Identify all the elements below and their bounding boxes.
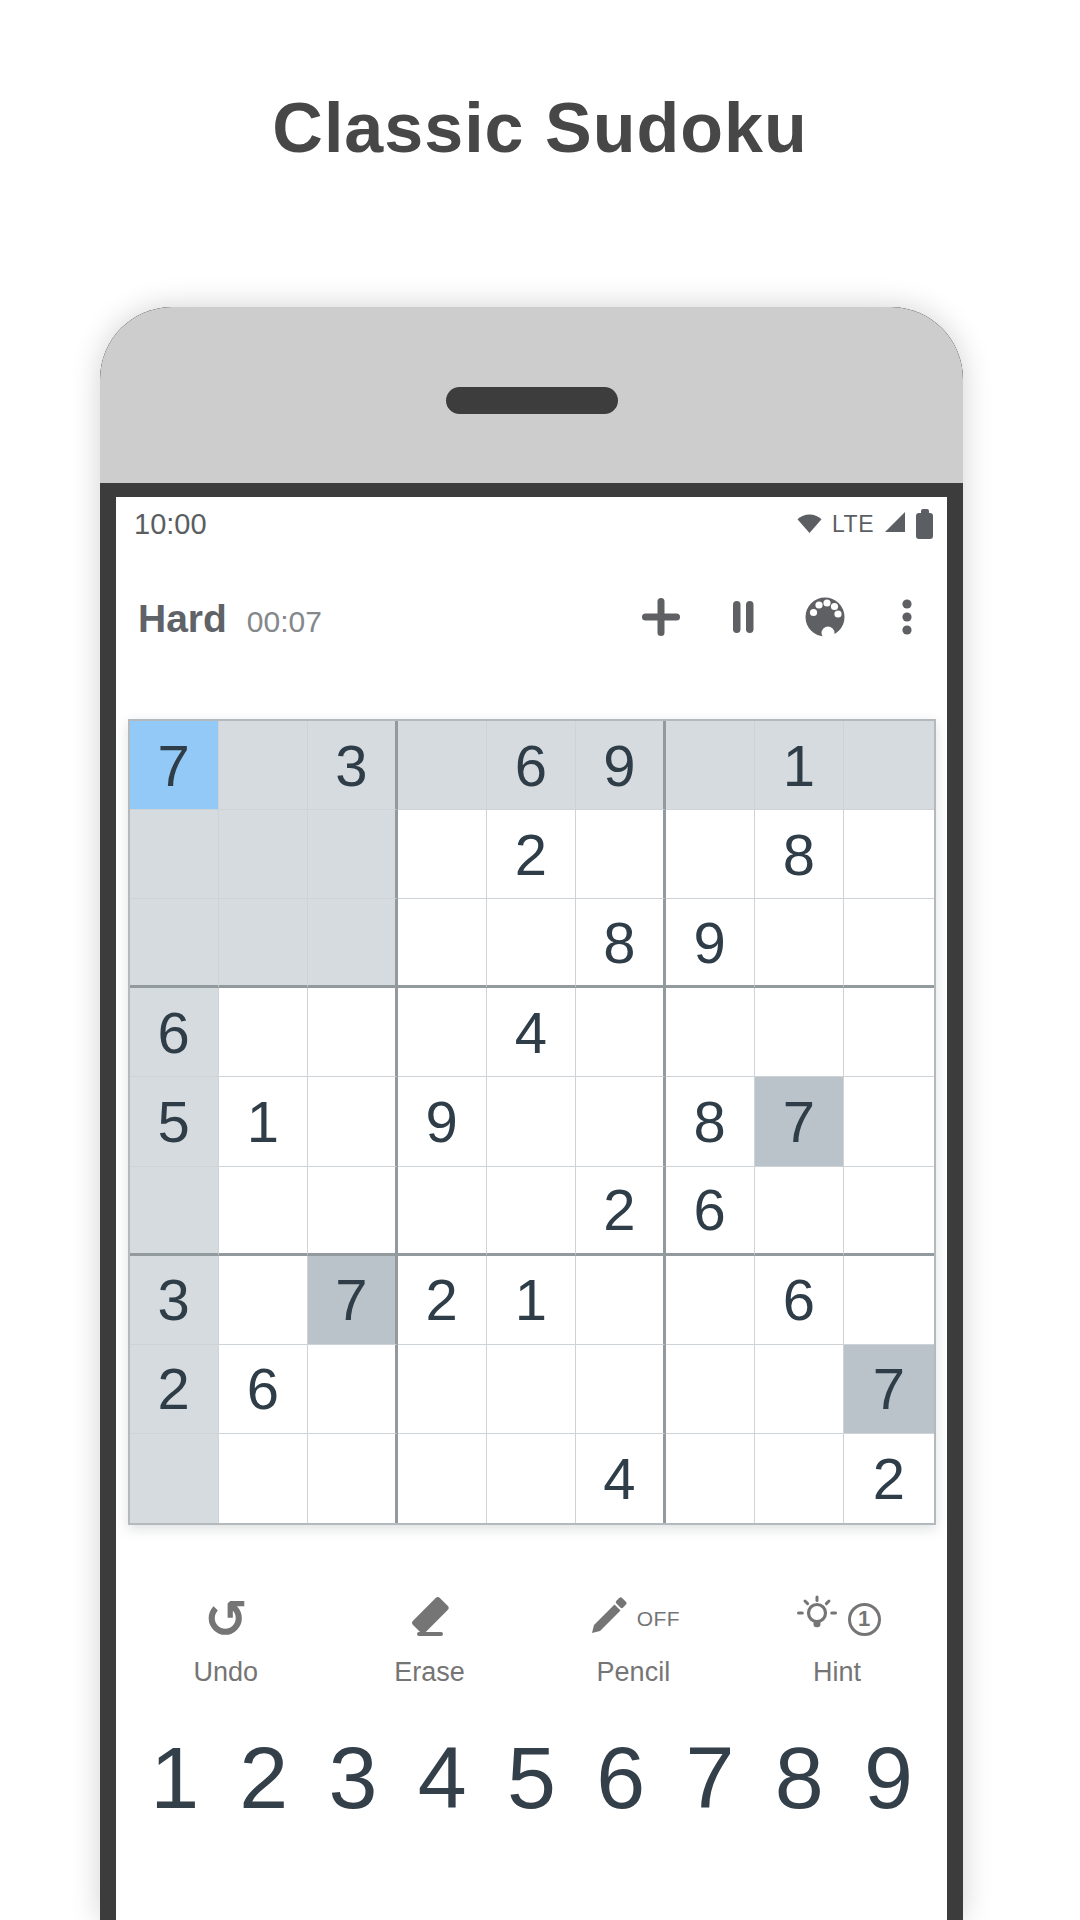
- cell-r8c4[interactable]: [398, 1345, 487, 1434]
- network-type-label: LTE: [832, 511, 874, 538]
- erase-label: Erase: [394, 1657, 465, 1688]
- cell-r1c8[interactable]: 1: [755, 721, 844, 810]
- cell-r2c6[interactable]: [576, 810, 665, 899]
- cell-r5c1[interactable]: 5: [130, 1077, 219, 1166]
- cell-r2c4[interactable]: [398, 810, 487, 899]
- cell-r6c6[interactable]: 2: [576, 1167, 665, 1256]
- cell-r9c1[interactable]: [130, 1434, 219, 1523]
- pencil-state-badge: OFF: [637, 1607, 681, 1631]
- numpad-8[interactable]: 8: [775, 1734, 824, 1822]
- cell-r7c1[interactable]: 3: [130, 1256, 219, 1345]
- cell-r3c1[interactable]: [130, 899, 219, 988]
- erase-icon: [407, 1594, 453, 1644]
- cell-r7c3[interactable]: 7: [308, 1256, 397, 1345]
- phone-mockup: 10:00 LTE Hard 00:07: [100, 307, 963, 1920]
- cell-r7c2[interactable]: [219, 1256, 308, 1345]
- cell-r9c9[interactable]: 2: [844, 1434, 933, 1523]
- cell-r9c4[interactable]: [398, 1434, 487, 1523]
- cell-r4c6[interactable]: [576, 988, 665, 1077]
- cell-r1c9[interactable]: [844, 721, 933, 810]
- cell-r3c2[interactable]: [219, 899, 308, 988]
- cell-r8c7[interactable]: [666, 1345, 755, 1434]
- cell-r9c6[interactable]: 4: [576, 1434, 665, 1523]
- cell-r6c3[interactable]: [308, 1167, 397, 1256]
- numpad-4[interactable]: 4: [418, 1734, 467, 1822]
- wifi-icon: [796, 511, 823, 538]
- cell-r4c5[interactable]: 4: [487, 988, 576, 1077]
- cell-r7c7[interactable]: [666, 1256, 755, 1345]
- signal-icon: [883, 510, 907, 538]
- status-icons: LTE: [796, 509, 933, 539]
- cell-r8c8[interactable]: [755, 1345, 844, 1434]
- cell-r5c9[interactable]: [844, 1077, 933, 1166]
- cell-r1c3[interactable]: 3: [308, 721, 397, 810]
- cell-r5c7[interactable]: 8: [666, 1077, 755, 1166]
- cell-r3c3[interactable]: [308, 899, 397, 988]
- phone-speaker: [446, 387, 618, 414]
- cell-r3c9[interactable]: [844, 899, 933, 988]
- cell-r4c4[interactable]: [398, 988, 487, 1077]
- cell-r8c6[interactable]: [576, 1345, 665, 1434]
- numpad-2[interactable]: 2: [239, 1734, 288, 1822]
- cell-r2c1[interactable]: [130, 810, 219, 899]
- cell-r6c4[interactable]: [398, 1167, 487, 1256]
- cell-r5c3[interactable]: [308, 1077, 397, 1166]
- cell-r1c4[interactable]: [398, 721, 487, 810]
- timer-label: 00:07: [247, 605, 322, 639]
- cell-r4c8[interactable]: [755, 988, 844, 1077]
- new-game-button[interactable]: [637, 595, 685, 643]
- cell-r1c6[interactable]: 9: [576, 721, 665, 810]
- pause-button[interactable]: [719, 595, 767, 643]
- cell-r1c2[interactable]: [219, 721, 308, 810]
- numpad-7[interactable]: 7: [685, 1734, 734, 1822]
- cell-r9c3[interactable]: [308, 1434, 397, 1523]
- cell-r8c5[interactable]: [487, 1345, 576, 1434]
- cell-r8c2[interactable]: 6: [219, 1345, 308, 1434]
- numpad-3[interactable]: 3: [329, 1734, 378, 1822]
- game-header: Hard 00:07: [116, 589, 947, 649]
- cell-r2c3[interactable]: [308, 810, 397, 899]
- cell-r7c8[interactable]: 6: [755, 1256, 844, 1345]
- cell-r5c6[interactable]: [576, 1077, 665, 1166]
- cell-r1c1[interactable]: 7: [130, 721, 219, 810]
- cell-r7c9[interactable]: [844, 1256, 933, 1345]
- difficulty-label: Hard: [138, 597, 227, 641]
- undo-icon: ↺: [204, 1595, 248, 1643]
- pencil-button[interactable]: OFF Pencil: [532, 1593, 736, 1688]
- phone-screen: 10:00 LTE Hard 00:07: [116, 497, 947, 1920]
- numpad-6[interactable]: 6: [596, 1734, 645, 1822]
- cell-r2c8[interactable]: 8: [755, 810, 844, 899]
- cell-r9c7[interactable]: [666, 1434, 755, 1523]
- cell-r6c8[interactable]: [755, 1167, 844, 1256]
- status-bar: 10:00 LTE: [116, 497, 947, 541]
- cell-r6c7[interactable]: 6: [666, 1167, 755, 1256]
- screenshot-canvas: Classic Sudoku 10:00 LTE: [0, 0, 1080, 1920]
- cell-r6c2[interactable]: [219, 1167, 308, 1256]
- cell-r2c7[interactable]: [666, 810, 755, 899]
- numpad-9[interactable]: 9: [864, 1734, 913, 1822]
- cell-r8c9[interactable]: 7: [844, 1345, 933, 1434]
- cell-r9c5[interactable]: [487, 1434, 576, 1523]
- battery-icon: [916, 513, 933, 539]
- numpad-5[interactable]: 5: [507, 1734, 556, 1822]
- cell-r3c8[interactable]: [755, 899, 844, 988]
- toolbar: ↺ Undo Erase: [116, 1593, 947, 1688]
- number-pad: 123456789: [116, 1734, 947, 1822]
- pencil-icon: [587, 1596, 629, 1642]
- palette-icon: [802, 594, 848, 644]
- cell-r4c3[interactable]: [308, 988, 397, 1077]
- cell-r5c5[interactable]: [487, 1077, 576, 1166]
- cell-r7c4[interactable]: 2: [398, 1256, 487, 1345]
- cell-r2c5[interactable]: 2: [487, 810, 576, 899]
- hint-label: Hint: [813, 1657, 861, 1688]
- pencil-label: Pencil: [597, 1657, 671, 1688]
- cell-r3c4[interactable]: [398, 899, 487, 988]
- cell-r6c9[interactable]: [844, 1167, 933, 1256]
- hint-button[interactable]: 1 Hint: [735, 1593, 939, 1688]
- cell-r4c7[interactable]: [666, 988, 755, 1077]
- cell-r3c5[interactable]: [487, 899, 576, 988]
- cell-r6c1[interactable]: [130, 1167, 219, 1256]
- theme-button[interactable]: [801, 595, 849, 643]
- numpad-1[interactable]: 1: [150, 1734, 199, 1822]
- hint-icon: [794, 1594, 840, 1644]
- cell-r5c8[interactable]: 7: [755, 1077, 844, 1166]
- cell-r7c5[interactable]: 1: [487, 1256, 576, 1345]
- hint-count-badge: 1: [848, 1603, 881, 1636]
- cell-r8c1[interactable]: 2: [130, 1345, 219, 1434]
- add-icon: [639, 595, 683, 643]
- cell-r8c3[interactable]: [308, 1345, 397, 1434]
- clock: 10:00: [134, 508, 207, 541]
- page-title: Classic Sudoku: [0, 88, 1080, 168]
- cell-r9c2[interactable]: [219, 1434, 308, 1523]
- cell-r2c9[interactable]: [844, 810, 933, 899]
- cell-r3c6[interactable]: 8: [576, 899, 665, 988]
- cell-r2c2[interactable]: [219, 810, 308, 899]
- kebab-menu-icon: [885, 595, 929, 643]
- pause-icon: [722, 596, 764, 642]
- cell-r7c6[interactable]: [576, 1256, 665, 1345]
- menu-button[interactable]: [883, 595, 931, 643]
- erase-button[interactable]: Erase: [328, 1593, 532, 1688]
- cell-r4c9[interactable]: [844, 988, 933, 1077]
- cell-r5c2[interactable]: 1: [219, 1077, 308, 1166]
- cell-r3c7[interactable]: 9: [666, 899, 755, 988]
- cell-r4c1[interactable]: 6: [130, 988, 219, 1077]
- cell-r1c5[interactable]: 6: [487, 721, 576, 810]
- header-actions: [637, 595, 931, 643]
- undo-button[interactable]: ↺ Undo: [124, 1593, 328, 1688]
- cell-r1c7[interactable]: [666, 721, 755, 810]
- sudoku-board: 7369128896451987263721626742: [128, 719, 936, 1525]
- cell-r4c2[interactable]: [219, 988, 308, 1077]
- undo-label: Undo: [194, 1657, 259, 1688]
- cell-r5c4[interactable]: 9: [398, 1077, 487, 1166]
- cell-r6c5[interactable]: [487, 1167, 576, 1256]
- cell-r9c8[interactable]: [755, 1434, 844, 1523]
